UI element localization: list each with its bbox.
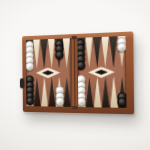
light-point-triangle (101, 37, 109, 68)
light-point-triangle (85, 37, 93, 68)
black-checker[interactable] (117, 97, 126, 106)
hinge-icon (72, 106, 77, 109)
board-left-half (26, 38, 71, 107)
white-checker[interactable] (117, 43, 127, 53)
right-top-points (77, 36, 126, 70)
left-bottom-points (26, 75, 71, 107)
checker-stack-point-1 (117, 92, 126, 107)
point-24[interactable] (117, 36, 126, 70)
point-1[interactable] (118, 74, 127, 108)
dark-point-triangle (102, 77, 110, 108)
dark-point-triangle (93, 37, 101, 68)
light-point-triangle (63, 38, 70, 68)
dark-point-triangle (41, 39, 48, 69)
backgammon-board (22, 31, 134, 114)
right-bottom-points (77, 74, 126, 108)
dark-point-triangle (63, 77, 70, 107)
light-point-triangle (94, 77, 102, 108)
dark-point-triangle (34, 77, 41, 106)
left-top-points (26, 38, 71, 71)
hinge-icon (71, 36, 76, 39)
light-point-triangle (41, 77, 48, 106)
dark-point-triangle (86, 77, 94, 108)
light-point-triangle (33, 39, 40, 68)
clasp-latch-icon (20, 79, 25, 89)
product-photo-scene (0, 0, 150, 150)
board-right-half (77, 36, 126, 108)
checker-stack-point-24 (117, 37, 127, 52)
